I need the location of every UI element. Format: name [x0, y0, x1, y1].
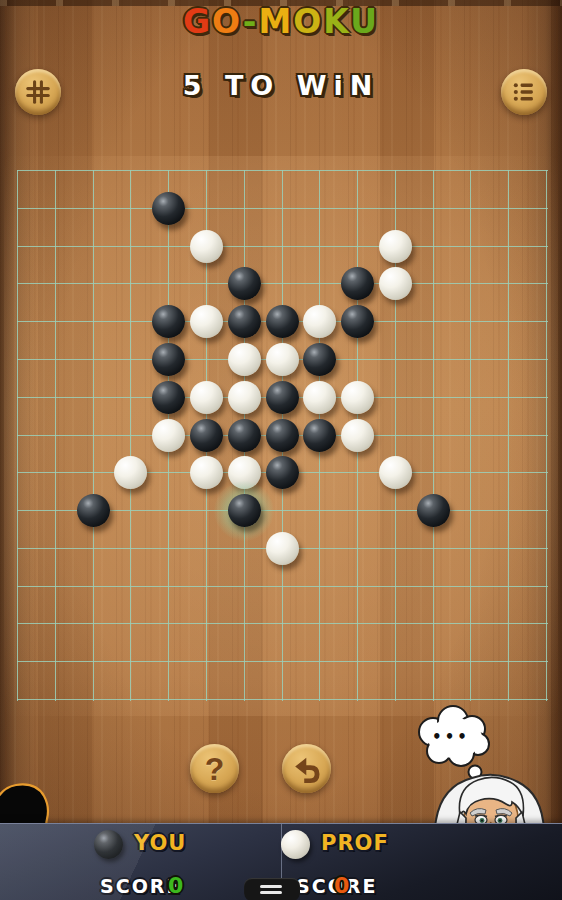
white-stone [303, 381, 336, 414]
white-stone [379, 267, 412, 300]
black-stone [152, 305, 185, 338]
you-black-stone-icon [94, 830, 123, 859]
black-stone [228, 305, 261, 338]
white-stone [266, 532, 299, 565]
black-stone [266, 456, 299, 489]
gomoku-board[interactable] [17, 170, 548, 701]
black-stone [303, 419, 336, 452]
white-stone [152, 419, 185, 452]
white-stone [190, 456, 223, 489]
board-grid-icon [23, 77, 53, 107]
black-stone [266, 381, 299, 414]
game-title: GO-MOKU [0, 2, 562, 41]
title-letter: U [350, 2, 379, 41]
black-stone [341, 305, 374, 338]
help-button[interactable]: ? [190, 744, 239, 793]
black-stone [228, 494, 261, 527]
white-stone [228, 343, 261, 376]
win-condition-label: 5 TO WiN [0, 70, 562, 101]
black-stone [152, 381, 185, 414]
black-stone [417, 494, 450, 527]
you-score-value: 0 [168, 873, 183, 898]
white-stone [266, 343, 299, 376]
title-letter: O [212, 2, 243, 41]
white-stone [114, 456, 147, 489]
black-stone [303, 343, 336, 376]
prof-white-stone-icon [281, 830, 310, 859]
question-mark-icon: ? [205, 753, 225, 785]
title-letter: O [293, 2, 323, 41]
white-stone [341, 419, 374, 452]
black-stone [190, 419, 223, 452]
title-letter: - [243, 2, 259, 41]
title-letter: G [183, 2, 212, 41]
black-stone [152, 343, 185, 376]
player-you-label: YOU [134, 831, 186, 855]
white-stone [379, 456, 412, 489]
thinking-dots: ••• [413, 728, 489, 746]
title-letter: K [323, 2, 350, 41]
white-stone [190, 305, 223, 338]
black-stone [152, 192, 185, 225]
list-menu-icon [509, 77, 539, 107]
white-stone [303, 305, 336, 338]
black-stone [228, 267, 261, 300]
board-size-button[interactable] [15, 69, 61, 115]
black-stone [341, 267, 374, 300]
black-stone [266, 305, 299, 338]
black-stone [228, 419, 261, 452]
player-prof-label: PROF [321, 831, 389, 855]
prof-score-value: 0 [334, 873, 349, 898]
equals-bar [260, 891, 282, 894]
device-equals-icon [244, 878, 300, 900]
undo-arrow-icon [291, 753, 323, 785]
black-stone [266, 419, 299, 452]
score-panel: YOU SCORE 0 PROF SCORE 0 [0, 823, 562, 900]
app-screen: GO-MOKU 5 TO WiN ? [0, 0, 562, 900]
white-stone [379, 230, 412, 263]
black-stone [77, 494, 110, 527]
white-stone [190, 381, 223, 414]
white-stone [341, 381, 374, 414]
title-letter: M [258, 2, 293, 41]
equals-bar [260, 885, 282, 888]
menu-button[interactable] [501, 69, 547, 115]
white-stone [190, 230, 223, 263]
white-stone [228, 381, 261, 414]
undo-button[interactable] [282, 744, 331, 793]
